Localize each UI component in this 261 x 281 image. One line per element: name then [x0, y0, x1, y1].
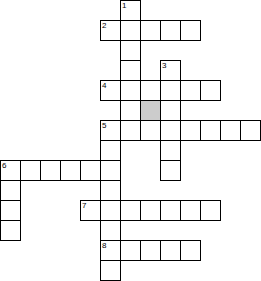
clue-number-2: 2	[102, 21, 106, 30]
crossword-cell-r1c8[interactable]	[160, 20, 181, 41]
crossword-cell-r10c5[interactable]	[100, 200, 121, 221]
crossword-cell-r8c3[interactable]	[60, 160, 81, 181]
crossword-cell-r4c6[interactable]	[120, 80, 141, 101]
crossword-cell-r7c8[interactable]	[160, 140, 181, 161]
crossword-cell-r10c0[interactable]	[0, 200, 21, 221]
crossword-cell-r6c7[interactable]	[140, 120, 161, 141]
crossword-cell-r10c8[interactable]	[160, 200, 181, 221]
clue-number-1: 1	[122, 1, 126, 10]
clue-number-6: 6	[2, 161, 6, 170]
clue-number-4: 4	[102, 81, 106, 90]
crossword-cell-r10c7[interactable]	[140, 200, 161, 221]
clue-number-3: 3	[162, 61, 166, 70]
crossword-cell-r1c5[interactable]: 2	[100, 20, 121, 41]
crossword-cell-r1c7[interactable]	[140, 20, 161, 41]
crossword-cell-r12c5[interactable]: 8	[100, 240, 121, 261]
crossword-cell-r6c10[interactable]	[200, 120, 221, 141]
crossword-cell-r11c0[interactable]	[0, 220, 21, 241]
crossword-cell-r11c5[interactable]	[100, 220, 121, 241]
crossword-cell-r12c6[interactable]	[120, 240, 141, 261]
crossword-cell-r8c5[interactable]	[100, 160, 121, 181]
clue-number-7: 7	[82, 201, 86, 210]
crossword-cell-r6c12[interactable]	[240, 120, 261, 141]
crossword-cell-r8c8[interactable]	[160, 160, 181, 181]
crossword-cell-r3c8[interactable]: 3	[160, 60, 181, 81]
crossword-cell-r6c6[interactable]	[120, 120, 141, 141]
crossword-cell-r9c5[interactable]	[100, 180, 121, 201]
clue-number-5: 5	[102, 121, 106, 130]
crossword-cell-r8c2[interactable]	[40, 160, 61, 181]
crossword-cell-r8c4[interactable]	[80, 160, 101, 181]
crossword-shaded-cell-r5c7[interactable]	[140, 100, 161, 121]
crossword-cell-r2c6[interactable]	[120, 40, 141, 61]
clue-number-8: 8	[102, 241, 106, 250]
crossword-board: 12345678	[0, 0, 261, 281]
crossword-cell-r13c5[interactable]	[100, 260, 121, 281]
crossword-cell-r4c8[interactable]	[160, 80, 181, 101]
crossword-cell-r4c5[interactable]: 4	[100, 80, 121, 101]
crossword-cell-r4c10[interactable]	[200, 80, 221, 101]
crossword-cell-r10c10[interactable]	[200, 200, 221, 221]
crossword-cell-r4c7[interactable]	[140, 80, 161, 101]
crossword-cell-r7c5[interactable]	[100, 140, 121, 161]
crossword-cell-r12c9[interactable]	[180, 240, 201, 261]
crossword-cell-r10c6[interactable]	[120, 200, 141, 221]
crossword-cell-r6c5[interactable]: 5	[100, 120, 121, 141]
crossword-cell-r5c8[interactable]	[160, 100, 181, 121]
crossword-cell-r8c1[interactable]	[20, 160, 41, 181]
crossword-cell-r10c9[interactable]	[180, 200, 201, 221]
crossword-cell-r8c0[interactable]: 6	[0, 160, 21, 181]
crossword-cell-r5c6[interactable]	[120, 100, 141, 121]
crossword-cell-r6c11[interactable]	[220, 120, 241, 141]
crossword-cell-r1c9[interactable]	[180, 20, 201, 41]
crossword-cell-r3c6[interactable]	[120, 60, 141, 81]
crossword-cell-r4c9[interactable]	[180, 80, 201, 101]
crossword-cell-r0c6[interactable]: 1	[120, 0, 141, 21]
crossword-cell-r10c4[interactable]: 7	[80, 200, 101, 221]
crossword-cell-r12c7[interactable]	[140, 240, 161, 261]
crossword-cell-r6c9[interactable]	[180, 120, 201, 141]
crossword-cell-r9c0[interactable]	[0, 180, 21, 201]
crossword-cell-r12c8[interactable]	[160, 240, 181, 261]
crossword-cell-r1c6[interactable]	[120, 20, 141, 41]
crossword-cell-r6c8[interactable]	[160, 120, 181, 141]
